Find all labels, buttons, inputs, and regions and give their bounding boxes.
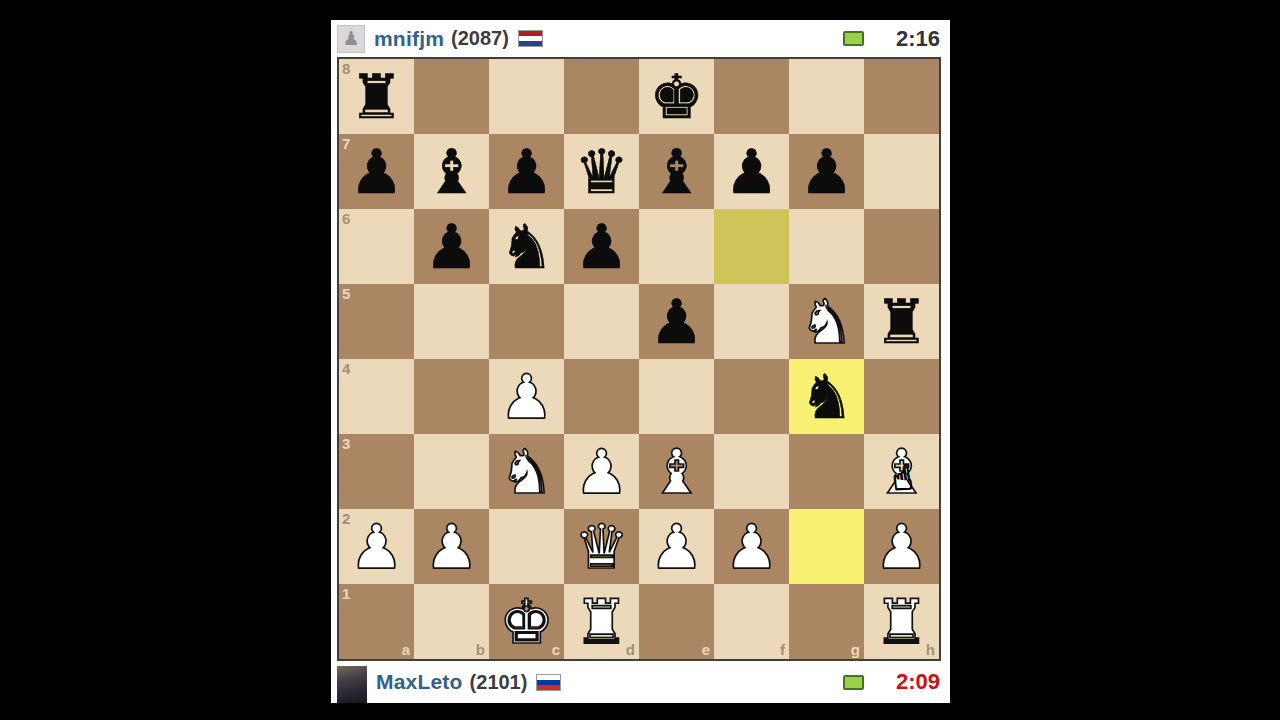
square-c2[interactable] [489, 509, 564, 584]
square-f3[interactable] [714, 434, 789, 509]
square-c8[interactable] [489, 59, 564, 134]
square-f2[interactable]: ♟ [714, 509, 789, 584]
square-b2[interactable]: ♟ [414, 509, 489, 584]
piece-white-knight[interactable]: ♞ [489, 434, 564, 509]
clock-bottom: 2:09 [888, 669, 940, 695]
square-a5[interactable]: 5 [339, 284, 414, 359]
piece-black-pawn[interactable]: ♟ [789, 134, 864, 209]
file-label-e: e [702, 642, 710, 657]
piece-white-pawn[interactable]: ♟ [639, 509, 714, 584]
rank-label-7: 7 [342, 136, 350, 151]
square-e1[interactable]: e [639, 584, 714, 659]
square-g4[interactable]: ♞ [789, 359, 864, 434]
square-a6[interactable]: 6 [339, 209, 414, 284]
square-e2[interactable]: ♟ [639, 509, 714, 584]
square-c4[interactable]: ♟ [489, 359, 564, 434]
player-name-bottom[interactable]: MaxLeto [376, 670, 463, 694]
piece-white-queen[interactable]: ♛ [564, 509, 639, 584]
square-h5[interactable]: ♜ [864, 284, 939, 359]
square-g6[interactable] [789, 209, 864, 284]
square-e4[interactable] [639, 359, 714, 434]
square-c3[interactable]: ♞ [489, 434, 564, 509]
piece-white-bishop[interactable]: ♝ [639, 434, 714, 509]
square-f7[interactable]: ♟ [714, 134, 789, 209]
square-b7[interactable]: ♝ [414, 134, 489, 209]
square-a1[interactable]: 1a [339, 584, 414, 659]
app-window: ♟ mnifjm (2087) 2:16 8♜♚7♟♝♟♛♝♟♟6♟♞♟5♟♞♜… [0, 0, 1280, 720]
player-bar-bottom: MaxLeto (2101) 2:09 [331, 661, 950, 703]
piece-white-bishop[interactable]: ♝ [864, 434, 939, 509]
square-f6[interactable] [714, 209, 789, 284]
piece-black-king[interactable]: ♚ [639, 59, 714, 134]
square-f5[interactable] [714, 284, 789, 359]
square-g2[interactable] [789, 509, 864, 584]
square-h4[interactable] [864, 359, 939, 434]
piece-black-pawn[interactable]: ♟ [714, 134, 789, 209]
square-a7[interactable]: 7♟ [339, 134, 414, 209]
square-f4[interactable] [714, 359, 789, 434]
piece-white-pawn[interactable]: ♟ [414, 509, 489, 584]
file-label-c: c [552, 642, 560, 657]
game-panel: ♟ mnifjm (2087) 2:16 8♜♚7♟♝♟♛♝♟♟6♟♞♟5♟♞♜… [331, 20, 950, 703]
square-h2[interactable]: ♟ [864, 509, 939, 584]
square-d5[interactable] [564, 284, 639, 359]
square-d6[interactable]: ♟ [564, 209, 639, 284]
piece-black-bishop[interactable]: ♝ [639, 134, 714, 209]
square-h1[interactable]: h♜ [864, 584, 939, 659]
square-b4[interactable] [414, 359, 489, 434]
clock-top: 2:16 [888, 26, 940, 52]
square-a3[interactable]: 3 [339, 434, 414, 509]
rank-label-5: 5 [342, 286, 350, 301]
square-e5[interactable]: ♟ [639, 284, 714, 359]
square-d8[interactable] [564, 59, 639, 134]
square-b1[interactable]: b [414, 584, 489, 659]
square-h8[interactable] [864, 59, 939, 134]
rank-label-1: 1 [342, 586, 350, 601]
chess-board: 8♜♚7♟♝♟♛♝♟♟6♟♞♟5♟♞♜4♟♞3♞♟♝♝2♟♟♛♟♟♟1abc♚d… [337, 57, 941, 661]
netherlands-flag-icon [518, 30, 543, 47]
square-g1[interactable]: g [789, 584, 864, 659]
rank-label-8: 8 [342, 61, 350, 76]
square-g3[interactable] [789, 434, 864, 509]
square-g5[interactable]: ♞ [789, 284, 864, 359]
square-h3[interactable]: ♝ [864, 434, 939, 509]
square-d4[interactable] [564, 359, 639, 434]
square-g7[interactable]: ♟ [789, 134, 864, 209]
square-h6[interactable] [864, 209, 939, 284]
square-b6[interactable]: ♟ [414, 209, 489, 284]
square-a8[interactable]: 8♜ [339, 59, 414, 134]
square-f8[interactable] [714, 59, 789, 134]
piece-white-pawn[interactable]: ♟ [489, 359, 564, 434]
rank-label-2: 2 [342, 511, 350, 526]
player-avatar-top[interactable]: ♟ [337, 25, 365, 53]
square-c1[interactable]: c♚ [489, 584, 564, 659]
pawn-avatar-icon: ♟ [342, 29, 359, 48]
square-b3[interactable] [414, 434, 489, 509]
square-d2[interactable]: ♛ [564, 509, 639, 584]
square-a4[interactable]: 4 [339, 359, 414, 434]
piece-white-pawn[interactable]: ♟ [564, 434, 639, 509]
rank-label-3: 3 [342, 436, 350, 451]
player-photo-avatar[interactable] [337, 666, 367, 703]
square-c6[interactable]: ♞ [489, 209, 564, 284]
piece-black-pawn[interactable]: ♟ [564, 209, 639, 284]
square-e8[interactable]: ♚ [639, 59, 714, 134]
player-bar-top: ♟ mnifjm (2087) 2:16 [331, 20, 950, 57]
connection-status-icon [843, 31, 864, 46]
square-c7[interactable]: ♟ [489, 134, 564, 209]
piece-white-pawn[interactable]: ♟ [864, 509, 939, 584]
square-f1[interactable]: f [714, 584, 789, 659]
square-a2[interactable]: 2♟ [339, 509, 414, 584]
piece-black-pawn[interactable]: ♟ [489, 134, 564, 209]
piece-black-bishop[interactable]: ♝ [414, 134, 489, 209]
russia-flag-icon [536, 674, 561, 691]
piece-black-pawn[interactable]: ♟ [639, 284, 714, 359]
square-b5[interactable] [414, 284, 489, 359]
file-label-a: a [402, 642, 410, 657]
file-label-d: d [626, 642, 635, 657]
square-b8[interactable] [414, 59, 489, 134]
piece-black-rook[interactable]: ♜ [864, 284, 939, 359]
piece-black-queen[interactable]: ♛ [564, 134, 639, 209]
square-d3[interactable]: ♟ [564, 434, 639, 509]
file-label-h: h [926, 642, 935, 657]
piece-white-pawn[interactable]: ♟ [714, 509, 789, 584]
player-name-top[interactable]: mnifjm [374, 27, 444, 51]
square-e3[interactable]: ♝ [639, 434, 714, 509]
square-h7[interactable] [864, 134, 939, 209]
rank-label-4: 4 [342, 361, 350, 376]
square-c5[interactable] [489, 284, 564, 359]
connection-status-icon [843, 675, 864, 690]
player-rating-top: (2087) [451, 27, 509, 50]
piece-white-knight[interactable]: ♞ [789, 284, 864, 359]
square-e6[interactable] [639, 209, 714, 284]
square-e7[interactable]: ♝ [639, 134, 714, 209]
square-g8[interactable] [789, 59, 864, 134]
piece-black-pawn[interactable]: ♟ [414, 209, 489, 284]
file-label-b: b [476, 642, 485, 657]
rank-label-6: 6 [342, 211, 350, 226]
piece-black-knight[interactable]: ♞ [489, 209, 564, 284]
square-d1[interactable]: d♜ [564, 584, 639, 659]
square-d7[interactable]: ♛ [564, 134, 639, 209]
piece-black-knight[interactable]: ♞ [789, 359, 864, 434]
file-label-g: g [851, 642, 860, 657]
player-rating-bottom: (2101) [470, 671, 528, 694]
file-label-f: f [780, 642, 785, 657]
